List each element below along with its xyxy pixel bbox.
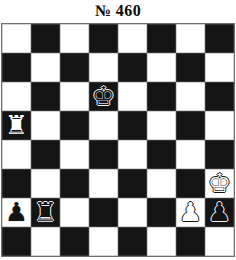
square-a2: ♟ — [2, 198, 31, 227]
square-b3 — [31, 169, 60, 198]
square-f8 — [147, 24, 176, 53]
chess-board: ♚♜♚♟♜♟♟ — [1, 23, 235, 257]
square-g4 — [176, 140, 205, 169]
square-b6 — [31, 82, 60, 111]
square-f3 — [147, 169, 176, 198]
square-a7 — [2, 53, 31, 82]
square-c5 — [60, 111, 89, 140]
piece-white-pawn: ♟ — [179, 199, 202, 225]
square-d1 — [89, 227, 118, 256]
square-g3 — [176, 169, 205, 198]
square-b8 — [31, 24, 60, 53]
square-c4 — [60, 140, 89, 169]
square-f1 — [147, 227, 176, 256]
square-g7 — [176, 53, 205, 82]
square-a6 — [2, 82, 31, 111]
square-h5 — [205, 111, 234, 140]
square-c3 — [60, 169, 89, 198]
square-h4 — [205, 140, 234, 169]
square-g1 — [176, 227, 205, 256]
square-e7 — [118, 53, 147, 82]
square-d7 — [89, 53, 118, 82]
square-c8 — [60, 24, 89, 53]
square-b1 — [31, 227, 60, 256]
piece-black-pawn: ♟ — [208, 199, 231, 225]
square-h8 — [205, 24, 234, 53]
square-e4 — [118, 140, 147, 169]
square-b2: ♜ — [31, 198, 60, 227]
piece-black-pawn: ♟ — [5, 199, 28, 225]
square-f2 — [147, 198, 176, 227]
piece-black-rook: ♜ — [34, 199, 57, 225]
square-e6 — [118, 82, 147, 111]
square-h7 — [205, 53, 234, 82]
square-d8 — [89, 24, 118, 53]
square-d3 — [89, 169, 118, 198]
square-a8 — [2, 24, 31, 53]
square-h2: ♟ — [205, 198, 234, 227]
square-g2: ♟ — [176, 198, 205, 227]
square-e8 — [118, 24, 147, 53]
square-a3 — [2, 169, 31, 198]
square-f6 — [147, 82, 176, 111]
square-b7 — [31, 53, 60, 82]
square-c1 — [60, 227, 89, 256]
square-e2 — [118, 198, 147, 227]
square-a1 — [2, 227, 31, 256]
square-d4 — [89, 140, 118, 169]
square-e1 — [118, 227, 147, 256]
square-d5 — [89, 111, 118, 140]
square-f7 — [147, 53, 176, 82]
square-f4 — [147, 140, 176, 169]
square-g8 — [176, 24, 205, 53]
square-h1 — [205, 227, 234, 256]
piece-black-king: ♚ — [92, 83, 115, 109]
puzzle-diagram: № 460 ♚♜♚♟♜♟♟ — [0, 0, 236, 260]
square-g6 — [176, 82, 205, 111]
square-g5 — [176, 111, 205, 140]
square-f5 — [147, 111, 176, 140]
square-e5 — [118, 111, 147, 140]
square-h6 — [205, 82, 234, 111]
puzzle-number-title: № 460 — [0, 0, 236, 22]
square-c6 — [60, 82, 89, 111]
piece-white-rook: ♜ — [5, 112, 28, 138]
square-h3: ♚ — [205, 169, 234, 198]
square-e3 — [118, 169, 147, 198]
square-b5 — [31, 111, 60, 140]
square-a5: ♜ — [2, 111, 31, 140]
square-b4 — [31, 140, 60, 169]
square-a4 — [2, 140, 31, 169]
square-c2 — [60, 198, 89, 227]
square-d2 — [89, 198, 118, 227]
square-d6: ♚ — [89, 82, 118, 111]
piece-white-king: ♚ — [208, 170, 231, 196]
square-c7 — [60, 53, 89, 82]
